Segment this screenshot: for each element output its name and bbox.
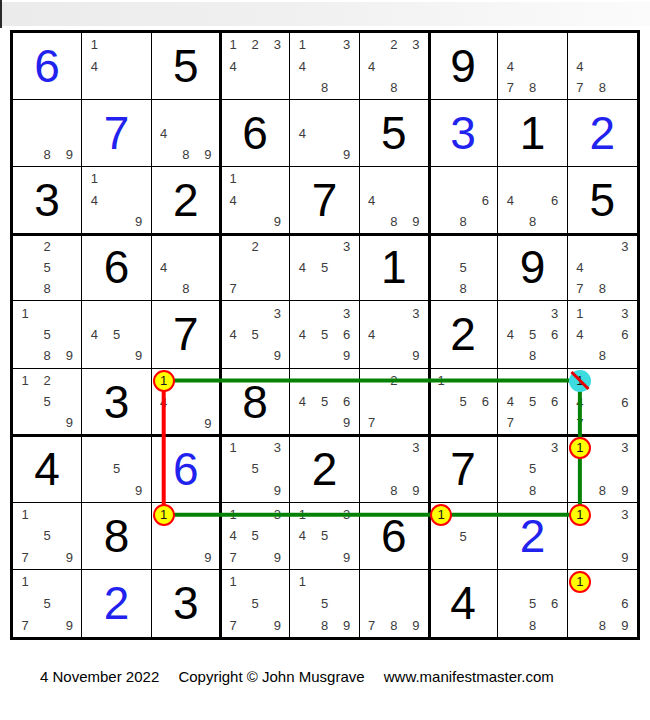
solved-digit: 6: [242, 110, 268, 156]
candidate-3: 3: [614, 437, 636, 459]
candidate-8: 8: [521, 345, 543, 366]
candidate-4: 4: [222, 55, 244, 76]
candidate-5: 5: [313, 257, 335, 278]
cell-r2c9[interactable]: 2: [568, 100, 637, 167]
candidate-8: 8: [521, 77, 543, 98]
cell-r7c7[interactable]: 7: [429, 436, 498, 503]
candidate-1: 1: [14, 370, 36, 391]
solved-digit: 3: [104, 379, 130, 425]
candidate-3: 3: [614, 235, 636, 256]
sudoku-board: 6145123413482348947847889748964953123149…: [10, 30, 640, 640]
candidate-1: 1: [83, 168, 105, 189]
solved-digit: 3: [450, 110, 476, 156]
solved-digit: 6: [34, 43, 60, 89]
candidate-7: 7: [499, 77, 521, 98]
solved-digit: 3: [173, 580, 199, 626]
candidate-2: 2: [36, 370, 58, 391]
candidate-3: 3: [544, 437, 566, 458]
candidate-4: 4: [291, 525, 313, 546]
candidate-3: 3: [405, 302, 427, 323]
candidate-4: 4: [291, 257, 313, 278]
cell-r8c1[interactable]: 1579: [13, 503, 82, 570]
candidate-5: 5: [36, 593, 58, 615]
candidate-7: 7: [569, 413, 591, 434]
box-separator-horizontal-1: [13, 233, 637, 236]
cell-r6c5[interactable]: 4569: [290, 369, 359, 436]
candidate-9: 9: [266, 211, 288, 232]
solved-digit: 2: [104, 580, 130, 626]
cell-r4c2[interactable]: 6: [82, 234, 151, 301]
chain-node-1: 1: [153, 370, 175, 392]
solved-digit: 2: [312, 446, 338, 492]
solved-digit: 8: [242, 379, 268, 425]
cell-r5c4[interactable]: 3459: [221, 301, 290, 368]
candidate-5: 5: [244, 525, 266, 546]
candidate-3: 3: [266, 302, 288, 323]
cell-r7c2[interactable]: 59: [82, 436, 151, 503]
candidate-9: 9: [405, 479, 427, 500]
candidate-5: 5: [313, 525, 335, 546]
solved-digit: 2: [590, 110, 616, 156]
cell-r3c9[interactable]: 5: [568, 167, 637, 234]
candidate-3: 3: [266, 34, 288, 55]
cell-r2c8[interactable]: 1: [498, 100, 567, 167]
candidate-1: 1: [291, 571, 313, 593]
window-titlebar: [0, 2, 650, 26]
cell-r1c2[interactable]: 14: [82, 33, 151, 100]
candidate-9: 9: [336, 144, 358, 165]
candidate-7: 7: [14, 614, 36, 636]
cell-r1c5[interactable]: 1348: [290, 33, 359, 100]
cell-r4c7[interactable]: 58: [429, 234, 498, 301]
candidate-4: 4: [291, 55, 313, 76]
candidate-8: 8: [591, 77, 613, 98]
candidate-9: 9: [266, 614, 288, 636]
cell-r2c4[interactable]: 6: [221, 100, 290, 167]
candidate-6: 6: [544, 324, 566, 345]
candidate-6: 6: [614, 392, 636, 413]
candidate-4: 4: [153, 392, 175, 413]
candidate-3: 3: [336, 504, 358, 525]
candidate-4: 4: [499, 391, 521, 412]
cell-r3c4[interactable]: 149: [221, 167, 290, 234]
chain-node-1: 1: [569, 504, 591, 526]
candidate-5: 5: [244, 458, 266, 479]
candidate-9: 9: [614, 614, 636, 636]
candidate-5: 5: [105, 324, 127, 345]
cell-r2c6[interactable]: 5: [360, 100, 429, 167]
candidate-2: 2: [244, 34, 266, 55]
cell-r9c7[interactable]: 4: [429, 570, 498, 637]
candidate-9: 9: [614, 547, 636, 568]
cell-r4c5[interactable]: 345: [290, 234, 359, 301]
candidate-1: 1: [83, 34, 105, 55]
candidate-4: 4: [361, 324, 383, 345]
solved-digit: 7: [450, 446, 476, 492]
candidate-4: 4: [222, 324, 244, 345]
candidate-9: 9: [128, 479, 150, 500]
candidate-3: 3: [544, 302, 566, 323]
candidate-1: 1: [222, 34, 244, 55]
candidate-4: 4: [569, 55, 591, 76]
candidate-9: 9: [266, 547, 288, 568]
candidate-4: 4: [569, 324, 591, 345]
cell-r4c8[interactable]: 9: [498, 234, 567, 301]
candidate-1: 1: [14, 571, 36, 593]
cell-r1c8[interactable]: 478: [498, 33, 567, 100]
candidate-7: 7: [361, 614, 383, 636]
candidate-5: 5: [105, 458, 127, 479]
cell-r6c3[interactable]: 149: [152, 369, 221, 436]
cell-r5c2[interactable]: 459: [82, 301, 151, 368]
candidate-6: 6: [474, 190, 496, 211]
candidate-9: 9: [128, 345, 150, 366]
solved-digit: 2: [450, 311, 476, 357]
candidate-8: 8: [36, 345, 58, 366]
cell-r5c7[interactable]: 2: [429, 301, 498, 368]
cell-r8c8[interactable]: 2: [498, 503, 567, 570]
candidate-4: 4: [222, 190, 244, 211]
candidate-6: 6: [544, 190, 566, 211]
candidate-3: 3: [266, 437, 288, 458]
candidate-9: 9: [58, 547, 80, 568]
cell-r6c1[interactable]: 1259: [13, 369, 82, 436]
candidate-4: 4: [291, 391, 313, 412]
cell-r5c3[interactable]: 7: [152, 301, 221, 368]
cell-r9c6[interactable]: 789: [360, 570, 429, 637]
candidate-3: 3: [266, 504, 288, 525]
solved-digit: 4: [450, 580, 476, 626]
candidate-2: 2: [383, 34, 405, 55]
solved-digit: 6: [104, 244, 130, 290]
eliminated-candidate-1: 1: [569, 370, 591, 392]
cell-r8c6[interactable]: 6: [360, 503, 429, 570]
candidate-5: 5: [36, 257, 58, 278]
cell-r6c9[interactable]: 1467: [568, 369, 637, 436]
candidate-9: 9: [336, 547, 358, 568]
cell-r8c5[interactable]: 13459: [290, 503, 359, 570]
cell-r9c2[interactable]: 2: [82, 570, 151, 637]
cell-r9c3[interactable]: 3: [152, 570, 221, 637]
candidate-1: 1: [291, 34, 313, 55]
cell-r5c9[interactable]: 13468: [568, 301, 637, 368]
candidate-1: 1: [14, 302, 36, 323]
candidate-5: 5: [521, 458, 543, 479]
candidate-9: 9: [197, 547, 219, 568]
solved-digit: 4: [34, 446, 60, 492]
cell-r5c6[interactable]: 349: [360, 301, 429, 368]
candidate-5: 5: [36, 324, 58, 345]
candidate-1: 1: [569, 302, 591, 323]
solved-digit: 1: [520, 110, 546, 156]
solved-digit: 6: [173, 446, 199, 492]
candidate-8: 8: [175, 144, 197, 165]
candidate-9: 9: [58, 144, 80, 165]
candidate-4: 4: [569, 257, 591, 278]
candidate-5: 5: [244, 593, 266, 615]
cell-r5c5[interactable]: 34569: [290, 301, 359, 368]
candidate-8: 8: [452, 278, 474, 299]
candidate-7: 7: [222, 614, 244, 636]
candidate-8: 8: [383, 479, 405, 500]
cell-r7c3[interactable]: 6: [152, 436, 221, 503]
candidate-5: 5: [521, 593, 543, 615]
footer-date: 4 November 2022: [40, 668, 159, 685]
solved-digit: 7: [104, 110, 130, 156]
candidate-5: 5: [521, 324, 543, 345]
cell-r8c4[interactable]: 134579: [221, 503, 290, 570]
candidate-1: 1: [222, 437, 244, 458]
candidate-5: 5: [313, 593, 335, 615]
candidate-8: 8: [36, 144, 58, 165]
candidate-4: 4: [499, 190, 521, 211]
cell-r4c4[interactable]: 27: [221, 234, 290, 301]
candidate-4: 4: [361, 55, 383, 76]
box-separator-vertical-2: [428, 33, 431, 637]
candidate-4: 4: [83, 324, 105, 345]
cell-r5c1[interactable]: 1589: [13, 301, 82, 368]
candidate-8: 8: [383, 211, 405, 232]
box-separator-vertical-1: [219, 33, 222, 637]
candidate-4: 4: [291, 122, 313, 143]
candidate-8: 8: [383, 614, 405, 636]
footer-copyright: Copyright © John Musgrave: [178, 668, 364, 685]
candidate-1: 1: [222, 168, 244, 189]
candidate-1: 1: [222, 504, 244, 525]
candidate-5: 5: [452, 526, 474, 547]
candidate-8: 8: [521, 614, 543, 636]
cell-r2c5[interactable]: 49: [290, 100, 359, 167]
solved-digit: 7: [173, 311, 199, 357]
candidate-9: 9: [58, 614, 80, 636]
cell-r1c4[interactable]: 1234: [221, 33, 290, 100]
cell-r7c5[interactable]: 2: [290, 436, 359, 503]
candidate-2: 2: [383, 370, 405, 391]
candidate-6: 6: [614, 324, 636, 345]
cell-r2c2[interactable]: 7: [82, 100, 151, 167]
cell-r6c6[interactable]: 27: [360, 369, 429, 436]
candidate-6: 6: [336, 324, 358, 345]
candidate-8: 8: [36, 278, 58, 299]
cell-r7c4[interactable]: 1359: [221, 436, 290, 503]
candidate-9: 9: [336, 412, 358, 433]
solved-digit: 5: [590, 177, 616, 223]
candidate-9: 9: [614, 480, 636, 501]
chain-node-1: 1: [569, 571, 591, 593]
candidate-5: 5: [313, 391, 335, 412]
candidate-9: 9: [336, 345, 358, 366]
cell-r2c3[interactable]: 489: [152, 100, 221, 167]
candidate-5: 5: [452, 391, 474, 412]
candidate-6: 6: [614, 593, 636, 615]
cell-r4c9[interactable]: 3478: [568, 234, 637, 301]
cell-r7c8[interactable]: 358: [498, 436, 567, 503]
candidate-4: 4: [291, 324, 313, 345]
cell-r9c1[interactable]: 1579: [13, 570, 82, 637]
cell-r7c1[interactable]: 4: [13, 436, 82, 503]
cell-r3c6[interactable]: 489: [360, 167, 429, 234]
candidate-1: 1: [14, 504, 36, 525]
candidate-8: 8: [521, 479, 543, 500]
candidate-6: 6: [544, 593, 566, 615]
candidate-5: 5: [521, 391, 543, 412]
candidate-4: 4: [569, 392, 591, 413]
cell-r1c1[interactable]: 6: [13, 33, 82, 100]
candidate-3: 3: [614, 504, 636, 526]
candidate-9: 9: [128, 211, 150, 232]
solved-digit: 5: [173, 43, 199, 89]
candidate-9: 9: [197, 413, 219, 434]
candidate-4: 4: [83, 190, 105, 211]
cell-r6c7[interactable]: 156: [429, 369, 498, 436]
solved-digit: 9: [520, 244, 546, 290]
cell-r9c5[interactable]: 1589: [290, 570, 359, 637]
cell-r8c2[interactable]: 8: [82, 503, 151, 570]
solved-digit: 7: [312, 177, 338, 223]
candidate-3: 3: [405, 34, 427, 55]
candidate-8: 8: [175, 278, 197, 299]
candidate-4: 4: [153, 257, 175, 278]
candidate-9: 9: [266, 479, 288, 500]
box-separator-horizontal-2: [13, 434, 637, 437]
cell-r9c8[interactable]: 568: [498, 570, 567, 637]
candidate-4: 4: [153, 122, 175, 143]
candidate-7: 7: [361, 412, 383, 433]
candidate-3: 3: [405, 437, 427, 458]
cell-r7c6[interactable]: 389: [360, 436, 429, 503]
solved-digit: 3: [34, 177, 60, 223]
candidate-6: 6: [336, 391, 358, 412]
candidate-9: 9: [197, 144, 219, 165]
cell-r3c8[interactable]: 468: [498, 167, 567, 234]
cell-r6c4[interactable]: 8: [221, 369, 290, 436]
candidate-4: 4: [499, 55, 521, 76]
candidate-3: 3: [336, 302, 358, 323]
candidate-5: 5: [452, 257, 474, 278]
candidate-9: 9: [266, 345, 288, 366]
candidate-3: 3: [336, 235, 358, 256]
cell-r3c2[interactable]: 149: [82, 167, 151, 234]
candidate-5: 5: [36, 391, 58, 412]
candidate-9: 9: [58, 412, 80, 433]
candidate-4: 4: [499, 324, 521, 345]
solved-digit: 9: [450, 43, 476, 89]
cell-r3c7[interactable]: 68: [429, 167, 498, 234]
candidate-9: 9: [405, 614, 427, 636]
candidate-5: 5: [313, 324, 335, 345]
cell-r9c9[interactable]: 1689: [568, 570, 637, 637]
candidate-9: 9: [58, 345, 80, 366]
candidate-8: 8: [591, 480, 613, 501]
candidate-8: 8: [313, 77, 335, 98]
candidate-6: 6: [544, 391, 566, 412]
candidate-1: 1: [430, 370, 452, 391]
candidate-2: 2: [244, 235, 266, 256]
candidate-8: 8: [313, 614, 335, 636]
candidate-7: 7: [569, 77, 591, 98]
cell-r9c4[interactable]: 1579: [221, 570, 290, 637]
chain-node-1: 1: [569, 437, 591, 459]
candidate-3: 3: [336, 34, 358, 55]
window-left-edge: [0, 0, 2, 28]
cell-r2c1[interactable]: 89: [13, 100, 82, 167]
candidate-7: 7: [222, 547, 244, 568]
candidate-8: 8: [591, 345, 613, 366]
candidate-8: 8: [452, 211, 474, 232]
solved-digit: 6: [381, 513, 407, 559]
cell-r3c3[interactable]: 2: [152, 167, 221, 234]
candidate-1: 1: [222, 571, 244, 593]
footer: 4 November 2022 Copyright © John Musgrav…: [40, 668, 554, 685]
cell-r7c9[interactable]: 1389: [568, 436, 637, 503]
cell-r8c9[interactable]: 139: [568, 503, 637, 570]
cell-r4c6[interactable]: 1: [360, 234, 429, 301]
candidate-7: 7: [499, 412, 521, 433]
cell-r8c3[interactable]: 19: [152, 503, 221, 570]
candidate-7: 7: [14, 547, 36, 568]
solved-digit: 2: [520, 513, 546, 559]
cell-r4c1[interactable]: 258: [13, 234, 82, 301]
candidate-8: 8: [591, 614, 613, 636]
cell-r1c9[interactable]: 478: [568, 33, 637, 100]
cell-r1c6[interactable]: 2348: [360, 33, 429, 100]
candidate-2: 2: [36, 235, 58, 256]
cell-r3c1[interactable]: 3: [13, 167, 82, 234]
candidate-1: 1: [291, 504, 313, 525]
candidate-8: 8: [591, 278, 613, 299]
candidate-4: 4: [83, 55, 105, 76]
cell-r3c5[interactable]: 7: [290, 167, 359, 234]
candidate-5: 5: [36, 525, 58, 546]
chain-node-1: 1: [153, 504, 175, 526]
candidate-3: 3: [614, 302, 636, 323]
cell-r1c3[interactable]: 5: [152, 33, 221, 100]
cell-r5c8[interactable]: 34568: [498, 301, 567, 368]
solved-digit: 2: [173, 177, 199, 223]
cell-r1c7[interactable]: 9: [429, 33, 498, 100]
solved-digit: 8: [104, 513, 130, 559]
solved-digit: 1: [381, 244, 407, 290]
cell-r4c3[interactable]: 48: [152, 234, 221, 301]
cell-r6c2[interactable]: 3: [82, 369, 151, 436]
candidate-7: 7: [222, 278, 244, 299]
chain-node-1: 1: [430, 504, 452, 526]
candidate-4: 4: [361, 190, 383, 211]
candidate-9: 9: [405, 211, 427, 232]
cell-r6c8[interactable]: 4567: [498, 369, 567, 436]
candidate-9: 9: [336, 614, 358, 636]
candidate-4: 4: [222, 525, 244, 546]
candidate-5: 5: [244, 324, 266, 345]
candidate-8: 8: [383, 77, 405, 98]
footer-website: www.manifestmaster.com: [384, 668, 554, 685]
candidate-9: 9: [405, 345, 427, 366]
cell-r2c7[interactable]: 3: [429, 100, 498, 167]
candidate-7: 7: [569, 278, 591, 299]
cell-r8c7[interactable]: 15: [429, 503, 498, 570]
solved-digit: 5: [381, 110, 407, 156]
candidate-8: 8: [521, 211, 543, 232]
candidate-6: 6: [474, 391, 496, 412]
